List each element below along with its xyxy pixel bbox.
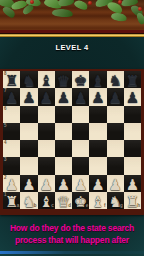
square-f8[interactable]: ♝ [89,71,106,88]
square-a1[interactable]: 1a♜ [3,192,20,209]
white-knight[interactable]: ♞ [108,193,121,208]
square-d7[interactable]: ♟ [55,88,72,105]
square-h2[interactable]: ♟ [124,175,141,192]
black-bishop[interactable]: ♝ [39,73,52,88]
square-c3[interactable] [38,157,55,174]
caption-line-1: How do they do the state search [0,223,144,235]
square-g3[interactable] [107,157,124,174]
square-e3[interactable] [72,157,89,174]
white-knight[interactable]: ♞ [22,193,35,208]
square-g2[interactable]: ♟ [107,175,124,192]
square-f3[interactable] [89,157,106,174]
white-pawn[interactable]: ♟ [108,176,121,191]
square-d6[interactable] [55,106,72,123]
square-h6[interactable] [124,106,141,123]
square-b1[interactable]: b♞ [20,192,37,209]
rank-label: 5 [4,124,7,129]
square-b4[interactable] [20,140,37,157]
white-rook[interactable]: ♜ [126,193,139,208]
black-pawn[interactable]: ♟ [126,90,139,105]
white-pawn[interactable]: ♟ [57,176,70,191]
black-bishop[interactable]: ♝ [91,73,104,88]
leaf-icon [136,12,144,26]
square-h7[interactable]: ♟ [124,88,141,105]
white-pawn[interactable]: ♟ [22,176,35,191]
white-pawn[interactable]: ♟ [39,176,52,191]
square-h3[interactable] [124,157,141,174]
square-g6[interactable] [107,106,124,123]
square-h8[interactable]: ♜ [124,71,141,88]
square-g1[interactable]: g♞ [107,192,124,209]
level-title: LEVEL 4 [0,43,144,52]
square-f2[interactable]: ♟ [89,175,106,192]
berry-icon [88,1,92,5]
square-g8[interactable]: ♞ [107,71,124,88]
square-a2[interactable]: 2♟ [3,175,20,192]
black-knight[interactable]: ♞ [108,73,121,88]
square-e7[interactable]: ♟ [72,88,89,105]
black-rook[interactable]: ♜ [5,73,18,88]
black-rook[interactable]: ♜ [126,73,139,88]
square-e8[interactable]: ♚ [72,71,89,88]
square-h1[interactable]: h♜ [124,192,141,209]
white-pawn[interactable]: ♟ [91,176,104,191]
square-b7[interactable]: ♟ [20,88,37,105]
square-e2[interactable]: ♟ [72,175,89,192]
square-b2[interactable]: ♟ [20,175,37,192]
square-a5[interactable]: 5 [3,123,20,140]
square-d2[interactable]: ♟ [55,175,72,192]
square-c2[interactable]: ♟ [38,175,55,192]
berry-icon [138,7,142,11]
square-c4[interactable] [38,140,55,157]
black-king[interactable]: ♚ [74,73,87,88]
black-knight[interactable]: ♞ [22,73,35,88]
white-bishop[interactable]: ♝ [91,193,104,208]
white-pawn[interactable]: ♟ [74,176,87,191]
berry-icon [118,0,122,4]
square-b5[interactable] [20,123,37,140]
leaf-icon [110,11,127,22]
black-pawn[interactable]: ♟ [108,90,121,105]
white-rook[interactable]: ♜ [5,193,18,208]
square-b3[interactable] [20,157,37,174]
leaf-icon [73,0,89,12]
square-b6[interactable] [20,106,37,123]
black-pawn[interactable]: ♟ [39,90,52,105]
board-grid: 8♜♞♝♛♚♝♞♜7♟♟♟♟♟♟♟♟65432♟♟♟♟♟♟♟♟1a♜b♞c♝d♛… [3,71,141,209]
square-c7[interactable]: ♟ [38,88,55,105]
square-f5[interactable] [89,123,106,140]
caption-line-2: process that will happen after [0,235,144,247]
square-e1[interactable]: e♚ [72,192,89,209]
square-c5[interactable] [38,123,55,140]
square-a7[interactable]: 7♟ [3,88,20,105]
white-pawn[interactable]: ♟ [126,176,139,191]
square-a3[interactable]: 3 [3,157,20,174]
white-queen[interactable]: ♛ [57,193,70,208]
top-wood-banner [0,0,144,33]
square-b8[interactable]: ♞ [20,71,37,88]
square-d1[interactable]: d♛ [55,192,72,209]
rank-label: 3 [4,158,7,163]
square-e5[interactable] [72,123,89,140]
bottom-glow [0,251,144,254]
square-a4[interactable]: 4 [3,140,20,157]
square-c6[interactable] [38,106,55,123]
square-d3[interactable] [55,157,72,174]
rank-label: 4 [4,141,7,146]
black-pawn[interactable]: ♟ [22,90,35,105]
square-c8[interactable]: ♝ [38,71,55,88]
square-f4[interactable] [89,140,106,157]
square-h4[interactable] [124,140,141,157]
black-pawn[interactable]: ♟ [57,90,70,105]
square-a6[interactable]: 6 [3,106,20,123]
rank-label: 6 [4,107,7,112]
square-a8[interactable]: 8♜ [3,71,20,88]
gold-divider [0,33,144,37]
square-e6[interactable] [72,106,89,123]
square-g5[interactable] [107,123,124,140]
black-pawn[interactable]: ♟ [74,90,87,105]
white-pawn[interactable]: ♟ [5,176,18,191]
leaf-icon [52,8,74,18]
square-c1[interactable]: c♝ [38,192,55,209]
black-pawn[interactable]: ♟ [91,90,104,105]
app-screen: LEVEL 4 8♜♞♝♛♚♝♞♜7♟♟♟♟♟♟♟♟65432♟♟♟♟♟♟♟♟1… [0,0,144,256]
square-f7[interactable]: ♟ [89,88,106,105]
square-d5[interactable] [55,123,72,140]
white-bishop[interactable]: ♝ [39,193,52,208]
black-queen[interactable]: ♛ [57,73,70,88]
berry-icon [30,0,34,4]
caption-text: How do they do the state search process … [0,223,144,246]
square-f1[interactable]: f♝ [89,192,106,209]
chess-board: 8♜♞♝♛♚♝♞♜7♟♟♟♟♟♟♟♟65432♟♟♟♟♟♟♟♟1a♜b♞c♝d♛… [0,69,144,215]
square-g4[interactable] [107,140,124,157]
square-g7[interactable]: ♟ [107,88,124,105]
square-h5[interactable] [124,123,141,140]
square-f6[interactable] [89,106,106,123]
square-e4[interactable] [72,140,89,157]
square-d8[interactable]: ♛ [55,71,72,88]
white-king[interactable]: ♚ [74,193,87,208]
square-d4[interactable] [55,140,72,157]
black-pawn[interactable]: ♟ [5,90,18,105]
